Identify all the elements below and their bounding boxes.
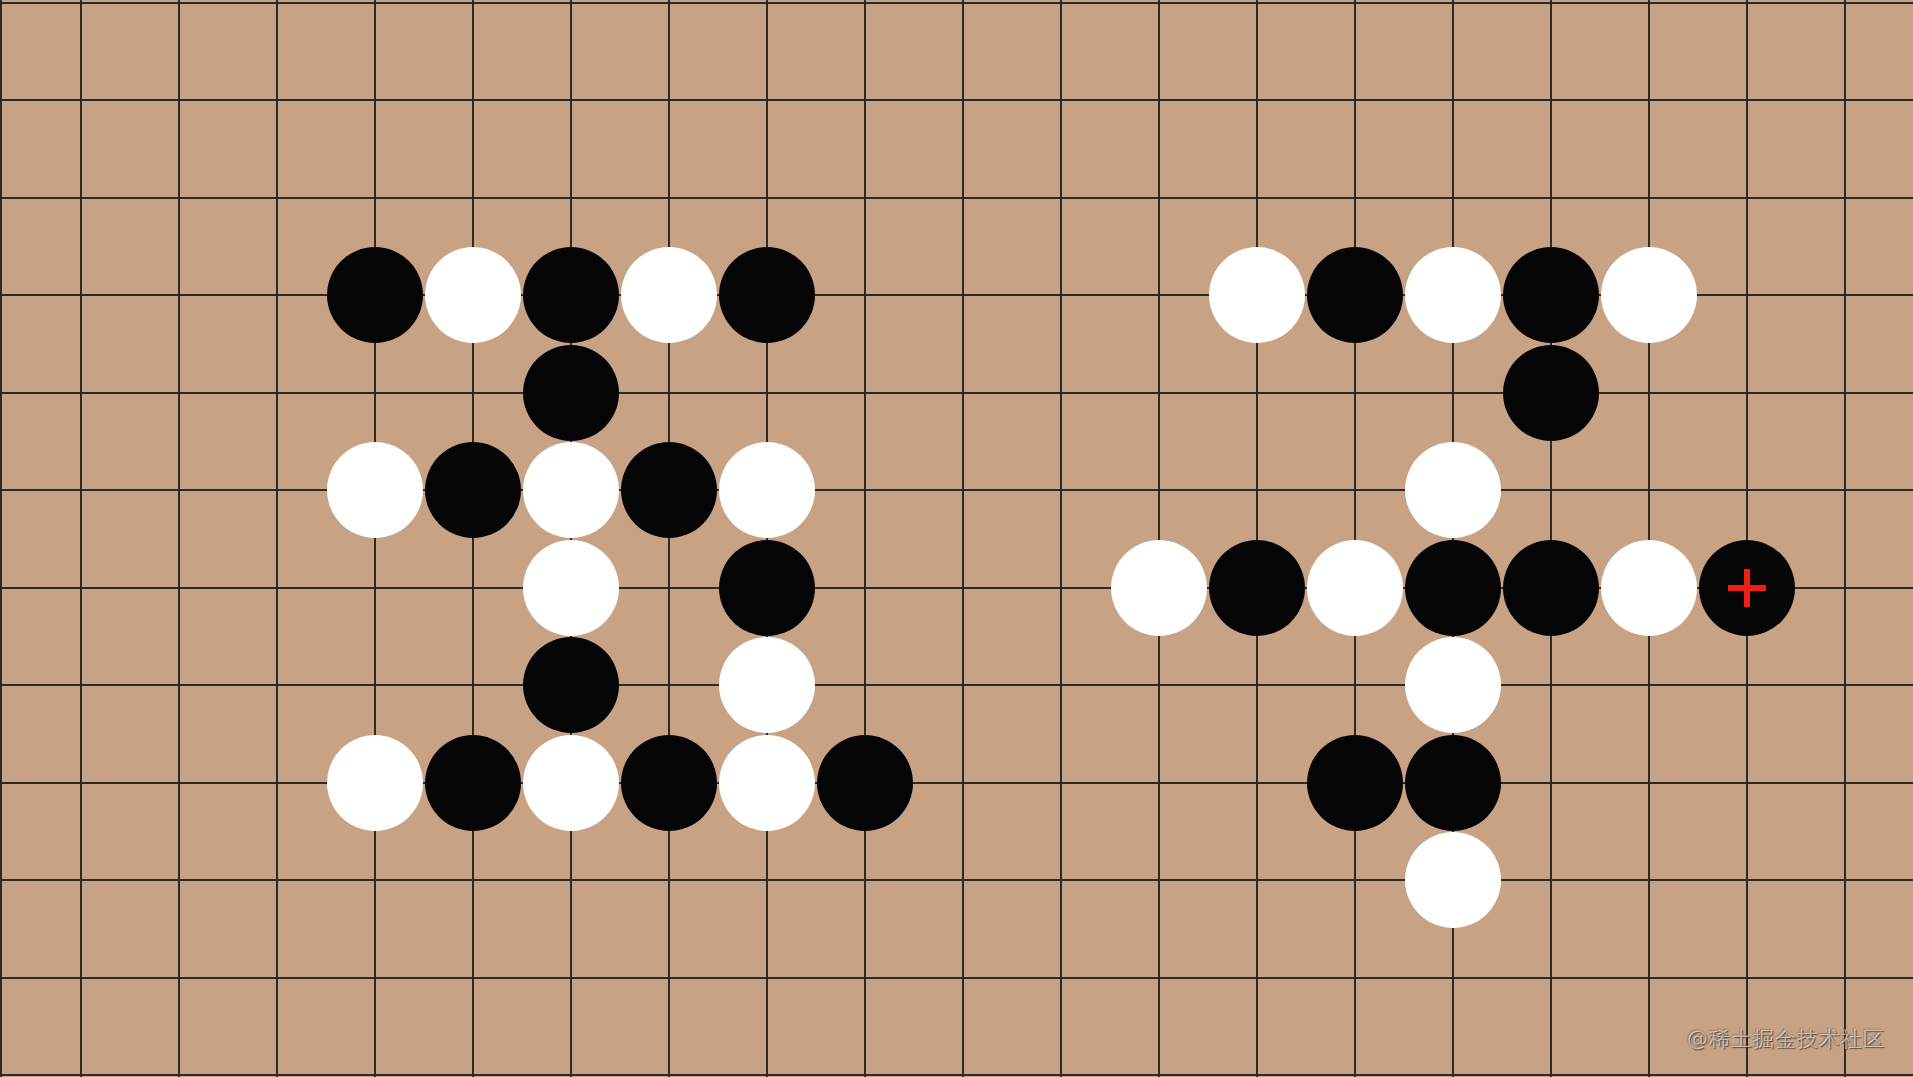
grid-hline [0,2,1913,4]
stone-black [523,247,619,343]
stone-white [1405,247,1501,343]
grid-vline [276,0,278,1077]
stone-black [1503,540,1599,636]
grid-vline [1648,0,1650,1077]
grid-vline [80,0,82,1077]
grid-vline [1256,0,1258,1077]
stone-white [719,442,815,538]
stone-white [1601,540,1697,636]
stone-black [1405,540,1501,636]
stone-white [719,735,815,831]
stone-black [1405,735,1501,831]
stone-black [1503,247,1599,343]
go-board: @稀土掘金技术社区 [0,0,1913,1077]
stone-white [1209,247,1305,343]
stone-white [327,735,423,831]
stone-white [1601,247,1697,343]
board-left-edge-line [0,0,2,1077]
grid-vline [1746,0,1748,1077]
grid-vline [1844,0,1846,1077]
stone-black [1209,540,1305,636]
stone-black [425,735,521,831]
stone-black [1307,247,1403,343]
stone-black [621,735,717,831]
grid-hline [0,977,1913,979]
stone-black [425,442,521,538]
grid-hline [0,197,1913,199]
grid-vline [962,0,964,1077]
grid-vline [1158,0,1160,1077]
stone-white [621,247,717,343]
grid-hline [0,489,1913,491]
grid-vline [178,0,180,1077]
stone-white [719,637,815,733]
stone-white [1307,540,1403,636]
stone-black [621,442,717,538]
stone-white [1405,637,1501,733]
stone-black [719,540,815,636]
marker-cross-vbar [1744,569,1750,607]
watermark-text: @稀土掘金技术社区 [1687,1025,1885,1053]
stone-black [523,345,619,441]
grid-hline [0,782,1913,784]
stone-white [327,442,423,538]
stone-white [523,540,619,636]
grid-vline [766,0,768,1077]
stone-white [1111,540,1207,636]
grid-vline [1550,0,1552,1077]
grid-hline [0,99,1913,101]
grid-hline [0,1074,1913,1076]
stone-black [719,247,815,343]
stone-white [523,442,619,538]
grid-vline [570,0,572,1077]
stone-white [1405,442,1501,538]
stone-white [1405,832,1501,928]
stone-black [523,637,619,733]
stone-white [425,247,521,343]
stone-black [1503,345,1599,441]
stone-black [327,247,423,343]
grid-vline [472,0,474,1077]
grid-vline [374,0,376,1077]
grid-vline [1060,0,1062,1077]
grid-vline [668,0,670,1077]
grid-vline [864,0,866,1077]
grid-vline [1354,0,1356,1077]
stone-black [817,735,913,831]
grid-hline [0,879,1913,881]
grid-hline [0,392,1913,394]
stone-black [1307,735,1403,831]
grid-hline [0,684,1913,686]
stone-white [523,735,619,831]
last-move-marker [1728,569,1766,607]
